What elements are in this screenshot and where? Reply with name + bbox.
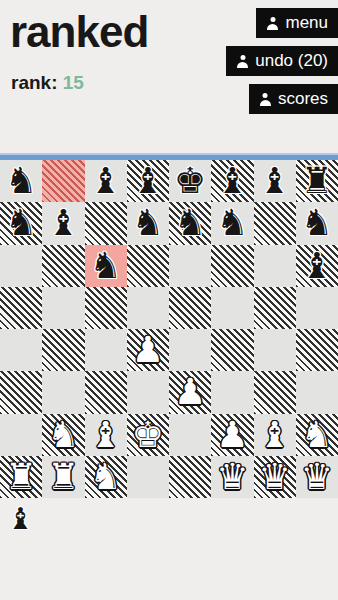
black-knight: ♞ bbox=[5, 163, 37, 199]
square-e5[interactable] bbox=[169, 287, 211, 329]
rank-value: 15 bbox=[63, 72, 84, 93]
square-c6[interactable]: ♞ bbox=[85, 245, 127, 287]
square-c1[interactable]: ♞ bbox=[85, 456, 127, 498]
square-b1[interactable]: ♜ bbox=[42, 456, 84, 498]
square-h4[interactable] bbox=[296, 329, 338, 371]
white-queen: ♛ bbox=[301, 459, 333, 495]
square-h8[interactable]: ♜ bbox=[296, 160, 338, 202]
square-a4[interactable] bbox=[0, 329, 42, 371]
header: ranked rank: 15 menu undo (20) scores bbox=[0, 0, 338, 153]
square-d3[interactable] bbox=[127, 371, 169, 413]
page-title: ranked bbox=[10, 6, 148, 59]
square-d6[interactable] bbox=[127, 245, 169, 287]
square-h5[interactable] bbox=[296, 287, 338, 329]
captured-black-bishop: ♝ bbox=[7, 504, 34, 534]
square-e3[interactable]: ♟ bbox=[169, 371, 211, 413]
square-g2[interactable]: ♝ bbox=[254, 414, 296, 456]
square-h3[interactable] bbox=[296, 371, 338, 413]
white-queen: ♛ bbox=[216, 459, 248, 495]
square-b8[interactable] bbox=[42, 160, 84, 202]
square-b7[interactable]: ♝ bbox=[42, 202, 84, 244]
black-bishop: ♝ bbox=[47, 205, 79, 241]
square-f6[interactable] bbox=[211, 245, 253, 287]
black-bishop: ♝ bbox=[216, 163, 248, 199]
square-a1[interactable]: ♜ bbox=[0, 456, 42, 498]
square-f3[interactable] bbox=[211, 371, 253, 413]
white-pawn: ♟ bbox=[216, 417, 248, 453]
square-e7[interactable]: ♞ bbox=[169, 202, 211, 244]
black-bishop: ♝ bbox=[89, 163, 121, 199]
square-b6[interactable] bbox=[42, 245, 84, 287]
person-icon bbox=[267, 17, 278, 30]
black-knight: ♞ bbox=[132, 205, 164, 241]
menu-button[interactable]: menu bbox=[256, 8, 338, 38]
square-c7[interactable] bbox=[85, 202, 127, 244]
square-g8[interactable]: ♝ bbox=[254, 160, 296, 202]
square-a7[interactable]: ♞ bbox=[0, 202, 42, 244]
square-f5[interactable] bbox=[211, 287, 253, 329]
square-b3[interactable] bbox=[42, 371, 84, 413]
person-icon bbox=[260, 93, 271, 106]
square-d5[interactable] bbox=[127, 287, 169, 329]
white-knight: ♞ bbox=[47, 417, 79, 453]
square-a5[interactable] bbox=[0, 287, 42, 329]
menu-button-label: menu bbox=[285, 13, 328, 33]
square-c8[interactable]: ♝ bbox=[85, 160, 127, 202]
black-knight: ♞ bbox=[174, 205, 206, 241]
black-king: ♚ bbox=[174, 163, 206, 199]
blue-divider bbox=[0, 153, 338, 160]
square-c3[interactable] bbox=[85, 371, 127, 413]
white-pawn: ♟ bbox=[174, 374, 206, 410]
scores-button[interactable]: scores bbox=[249, 84, 338, 114]
undo-button[interactable]: undo (20) bbox=[226, 46, 338, 76]
square-g4[interactable] bbox=[254, 329, 296, 371]
white-king: ♚ bbox=[132, 417, 164, 453]
square-e1[interactable] bbox=[169, 456, 211, 498]
square-d1[interactable] bbox=[127, 456, 169, 498]
square-b2[interactable]: ♞ bbox=[42, 414, 84, 456]
black-knight: ♞ bbox=[89, 248, 121, 284]
black-bishop: ♝ bbox=[301, 248, 333, 284]
square-a8[interactable]: ♞ bbox=[0, 160, 42, 202]
square-a3[interactable] bbox=[0, 371, 42, 413]
black-bishop: ♝ bbox=[258, 163, 290, 199]
white-knight: ♞ bbox=[301, 417, 333, 453]
square-c5[interactable] bbox=[85, 287, 127, 329]
square-f7[interactable]: ♞ bbox=[211, 202, 253, 244]
square-b5[interactable] bbox=[42, 287, 84, 329]
square-e8[interactable]: ♚ bbox=[169, 160, 211, 202]
undo-button-label: undo (20) bbox=[255, 51, 328, 71]
white-queen: ♛ bbox=[258, 459, 290, 495]
square-h7[interactable]: ♞ bbox=[296, 202, 338, 244]
black-knight: ♞ bbox=[5, 205, 37, 241]
white-knight: ♞ bbox=[89, 459, 121, 495]
white-rook: ♜ bbox=[5, 459, 37, 495]
white-pawn: ♟ bbox=[132, 332, 164, 368]
square-b4[interactable] bbox=[42, 329, 84, 371]
square-a2[interactable] bbox=[0, 414, 42, 456]
square-d4[interactable]: ♟ bbox=[127, 329, 169, 371]
rank-label: rank: bbox=[11, 72, 57, 93]
white-rook: ♜ bbox=[47, 459, 79, 495]
square-e2[interactable] bbox=[169, 414, 211, 456]
square-d7[interactable]: ♞ bbox=[127, 202, 169, 244]
square-f4[interactable] bbox=[211, 329, 253, 371]
square-e6[interactable] bbox=[169, 245, 211, 287]
square-e4[interactable] bbox=[169, 329, 211, 371]
black-knight: ♞ bbox=[301, 205, 333, 241]
square-a6[interactable] bbox=[0, 245, 42, 287]
square-h1[interactable]: ♛ bbox=[296, 456, 338, 498]
square-g1[interactable]: ♛ bbox=[254, 456, 296, 498]
black-bishop: ♝ bbox=[132, 163, 164, 199]
square-c2[interactable]: ♝ bbox=[85, 414, 127, 456]
scores-button-label: scores bbox=[278, 89, 328, 109]
square-g3[interactable] bbox=[254, 371, 296, 413]
captured-pieces-tray: ♝ bbox=[0, 498, 338, 554]
rank-line: rank: 15 bbox=[11, 72, 84, 94]
square-g7[interactable] bbox=[254, 202, 296, 244]
square-d2[interactable]: ♚ bbox=[127, 414, 169, 456]
square-g6[interactable] bbox=[254, 245, 296, 287]
white-bishop: ♝ bbox=[258, 417, 290, 453]
black-knight: ♞ bbox=[216, 205, 248, 241]
square-d8[interactable]: ♝ bbox=[127, 160, 169, 202]
square-g5[interactable] bbox=[254, 287, 296, 329]
square-f2[interactable]: ♟ bbox=[211, 414, 253, 456]
square-f8[interactable]: ♝ bbox=[211, 160, 253, 202]
chess-board: ♞♝♝♚♝♝♜♞♝♞♞♞♞♞♝♟♟♞♝♚♟♝♞♜♜♞♛♛♛ bbox=[0, 160, 338, 498]
person-icon bbox=[237, 55, 248, 68]
black-rook: ♜ bbox=[301, 163, 333, 199]
square-f1[interactable]: ♛ bbox=[211, 456, 253, 498]
square-c4[interactable] bbox=[85, 329, 127, 371]
square-h6[interactable]: ♝ bbox=[296, 245, 338, 287]
square-h2[interactable]: ♞ bbox=[296, 414, 338, 456]
white-bishop: ♝ bbox=[89, 417, 121, 453]
